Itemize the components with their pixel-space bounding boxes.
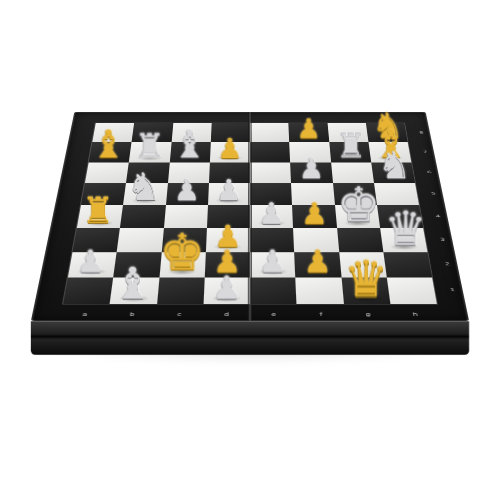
pawn-icon: ♟: [304, 248, 332, 278]
knight-icon: ♞: [127, 169, 161, 205]
piece-silver-bishop-b1: ♝: [110, 277, 159, 304]
bishop-icon: ♝: [113, 262, 153, 304]
pawn-icon: ♟: [302, 200, 329, 228]
pawn-icon: ♟: [174, 177, 200, 205]
pawn-icon: ♟: [213, 248, 241, 278]
piece-silver-king-g4: ♚: [335, 205, 380, 228]
piece-silver-pawn-e4: ♟: [250, 205, 293, 228]
pawn-icon: ♟: [212, 274, 241, 304]
piece-gold-bishop-a7: ♝: [89, 142, 132, 162]
pieces-layer: ♟♞♝♜♝♟♜♝♟♞♞♟♟♜♟♟♚♟♛♟♚♟♟♟♝♟♛: [31, 112, 469, 321]
pawn-icon: ♟: [77, 248, 105, 278]
pawn-icon: ♟: [216, 177, 242, 205]
rook-icon: ♜: [336, 131, 366, 163]
pawn-icon: ♟: [299, 156, 324, 183]
bishop-icon: ♝: [172, 126, 206, 162]
chess-board: abcdefgh 87654321 ♟♞♝♜♝♟♜♝♟♞♞♟♟♜♟♟♚♟♛♟♚♟…: [31, 112, 469, 321]
piece-silver-bishop-c7: ♝: [169, 142, 210, 162]
bishop-icon: ♝: [92, 126, 126, 162]
rook-icon: ♜: [82, 194, 114, 228]
piece-gold-rook-a4: ♜: [77, 205, 123, 228]
piece-gold-pawn-f2: ♟: [294, 252, 341, 277]
pawn-icon: ♟: [258, 200, 285, 228]
pawn-icon: ♟: [259, 248, 287, 278]
piece-silver-knight-b5: ♞: [123, 183, 167, 205]
piece-gold-queen-g1: ♛: [341, 277, 390, 304]
chess-set-photo: abcdefgh 87654321 ♟♞♝♜♝♟♜♝♟♞♞♟♟♜♟♟♚♟♛♟♚♟…: [0, 0, 500, 500]
piece-silver-pawn-d1: ♟: [203, 277, 250, 304]
piece-gold-knight-h8: ♞: [366, 123, 408, 142]
piece-silver-rook-b7: ♜: [129, 142, 171, 162]
pawn-icon: ♟: [214, 223, 241, 252]
piece-silver-knight-h6: ♞: [371, 162, 415, 183]
piece-silver-rook-g7: ♜: [329, 142, 371, 162]
board-front-edge: [31, 321, 469, 355]
king-icon: ♚: [337, 182, 380, 228]
bishop-icon: ♝: [374, 126, 408, 162]
piece-gold-pawn-d2: ♟: [204, 252, 250, 277]
piece-gold-pawn-d7: ♟: [210, 142, 250, 162]
piece-silver-pawn-a2: ♟: [68, 252, 117, 277]
piece-gold-pawn-f4: ♟: [292, 205, 336, 228]
queen-icon: ♛: [344, 257, 389, 304]
piece-gold-bishop-h7: ♝: [368, 142, 411, 162]
piece-gold-pawn-f8: ♟: [289, 123, 329, 142]
king-icon: ♚: [159, 229, 204, 277]
pawn-icon: ♟: [297, 117, 321, 143]
perspective-scene: abcdefgh 87654321 ♟♞♝♜♝♟♜♝♟♞♞♟♟♜♟♟♚♟♛♟♚♟…: [31, 112, 469, 321]
piece-silver-pawn-f6: ♟: [290, 162, 332, 183]
knight-icon: ♞: [372, 109, 404, 143]
piece-silver-pawn-c5: ♟: [166, 183, 209, 205]
piece-gold-king-c2: ♚: [159, 252, 206, 277]
piece-silver-pawn-e2: ♟: [250, 252, 296, 277]
piece-silver-pawn-d5: ♟: [208, 183, 250, 205]
rook-icon: ♜: [134, 131, 164, 163]
pawn-icon: ♟: [217, 136, 242, 162]
